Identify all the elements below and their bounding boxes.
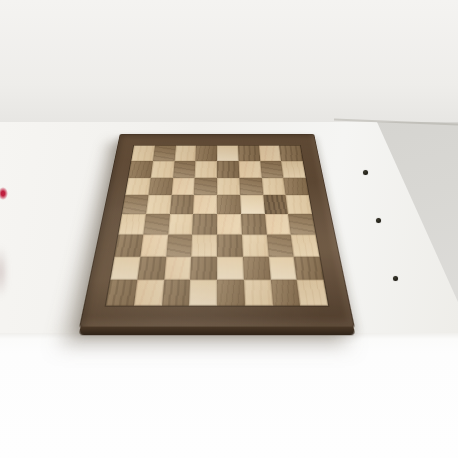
square-b5: [146, 195, 171, 214]
square-g3: [266, 234, 294, 256]
square-a1: [106, 280, 137, 306]
square-c5: [170, 195, 195, 214]
square-d4: [192, 214, 217, 234]
square-b6: [148, 177, 172, 195]
square-e7: [217, 161, 239, 177]
square-e4: [217, 214, 242, 234]
square-e2: [217, 256, 244, 280]
background-wall: [0, 0, 458, 122]
peg-hole-1: [363, 170, 368, 175]
square-b7: [151, 161, 175, 177]
chessboard: [79, 134, 355, 328]
square-h5: [286, 195, 312, 214]
photo-scene: [0, 0, 458, 458]
square-e8: [217, 146, 238, 161]
square-f5: [240, 195, 265, 214]
square-b1: [134, 280, 164, 306]
board-front-edge: [79, 327, 356, 336]
square-e1: [217, 280, 245, 306]
square-c7: [173, 161, 196, 177]
square-f7: [238, 161, 261, 177]
square-g4: [265, 214, 291, 234]
square-a3: [115, 234, 143, 256]
square-b3: [140, 234, 168, 256]
square-e5: [217, 195, 241, 214]
square-g7: [260, 161, 284, 177]
square-f2: [243, 256, 271, 280]
board-frame: [79, 134, 355, 328]
square-a7: [128, 161, 152, 177]
square-a4: [118, 214, 145, 234]
square-h3: [291, 234, 319, 256]
square-d1: [189, 280, 217, 306]
square-d7: [195, 161, 217, 177]
square-e3: [217, 234, 243, 256]
square-d3: [191, 234, 217, 256]
square-h1: [297, 280, 328, 306]
square-c8: [174, 146, 196, 161]
table-front-white-area: [0, 333, 458, 458]
peg-hole-3: [393, 276, 398, 281]
square-c1: [161, 280, 190, 306]
square-e6: [217, 177, 240, 195]
square-g1: [270, 280, 300, 306]
square-f4: [241, 214, 267, 234]
square-b2: [137, 256, 166, 280]
square-f6: [239, 177, 263, 195]
square-g5: [263, 195, 288, 214]
square-f1: [244, 280, 273, 306]
square-d6: [194, 177, 217, 195]
square-f3: [242, 234, 269, 256]
square-c6: [171, 177, 195, 195]
square-a6: [125, 177, 150, 195]
square-g8: [258, 146, 281, 161]
square-h2: [294, 256, 324, 280]
square-a5: [122, 195, 148, 214]
square-d2: [190, 256, 217, 280]
square-h4: [288, 214, 315, 234]
square-b8: [153, 146, 176, 161]
square-g2: [268, 256, 297, 280]
square-h7: [281, 161, 305, 177]
square-d5: [193, 195, 217, 214]
square-g6: [261, 177, 285, 195]
square-c3: [166, 234, 193, 256]
square-c2: [164, 256, 192, 280]
peg-hole-2: [376, 218, 381, 223]
square-h6: [283, 177, 308, 195]
square-c4: [168, 214, 194, 234]
square-a8: [131, 146, 154, 161]
board-grid: [106, 146, 328, 306]
square-b4: [143, 214, 169, 234]
square-d8: [196, 146, 217, 161]
square-a2: [110, 256, 140, 280]
square-h8: [279, 146, 302, 161]
square-f8: [238, 146, 260, 161]
